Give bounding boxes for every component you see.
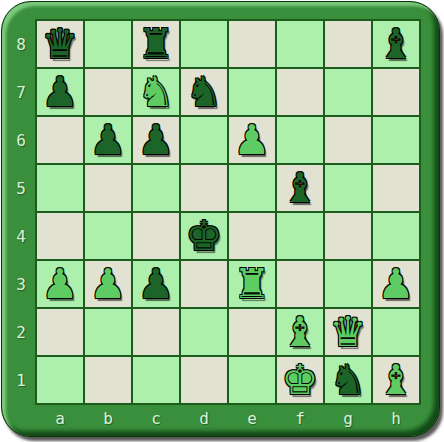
file-label-d: d	[181, 406, 227, 430]
square-h2[interactable]	[373, 309, 419, 355]
rank-label-8: 8	[9, 21, 33, 67]
square-c5[interactable]	[133, 165, 179, 211]
piece-white-pawn[interactable]: ♟	[42, 261, 79, 307]
file-label-c: c	[133, 406, 179, 430]
square-d5[interactable]	[181, 165, 227, 211]
square-e7[interactable]	[229, 69, 275, 115]
square-d4[interactable]: ♚	[181, 213, 227, 259]
square-b3[interactable]: ♟	[85, 261, 131, 307]
rank-label-6: 6	[9, 117, 33, 163]
square-a2[interactable]	[37, 309, 83, 355]
square-a5[interactable]	[37, 165, 83, 211]
square-a8[interactable]: ♛	[37, 21, 83, 67]
square-a1[interactable]	[37, 357, 83, 403]
rank-label-3: 3	[9, 261, 33, 307]
board-frame: 87654321 ♛♜♝♟♞♞♟♟♟♝♚♟♟♟♜♟♝♛♚♞♝ abcdefgh	[1, 1, 440, 437]
square-b2[interactable]	[85, 309, 131, 355]
square-g7[interactable]	[325, 69, 371, 115]
square-e4[interactable]	[229, 213, 275, 259]
rank-label-1: 1	[9, 357, 33, 403]
chess-app-window: 87654321 ♛♜♝♟♞♞♟♟♟♝♚♟♟♟♜♟♝♛♚♞♝ abcdefgh	[0, 0, 444, 442]
rank-label-2: 2	[9, 309, 33, 355]
piece-black-pawn[interactable]: ♟	[138, 117, 175, 163]
square-c7[interactable]: ♞	[133, 69, 179, 115]
square-b6[interactable]: ♟	[85, 117, 131, 163]
square-g6[interactable]	[325, 117, 371, 163]
square-e3[interactable]: ♜	[229, 261, 275, 307]
square-h5[interactable]	[373, 165, 419, 211]
square-e6[interactable]: ♟	[229, 117, 275, 163]
rank-label-7: 7	[9, 69, 33, 115]
file-label-a: a	[37, 406, 83, 430]
square-d3[interactable]	[181, 261, 227, 307]
square-h8[interactable]: ♝	[373, 21, 419, 67]
piece-white-bishop[interactable]: ♝	[378, 357, 415, 403]
piece-black-pawn[interactable]: ♟	[90, 117, 127, 163]
piece-black-king[interactable]: ♚	[186, 213, 223, 259]
piece-white-bishop[interactable]: ♝	[282, 309, 319, 355]
square-e2[interactable]	[229, 309, 275, 355]
piece-black-bishop[interactable]: ♝	[378, 21, 415, 67]
piece-black-queen[interactable]: ♛	[42, 21, 79, 67]
piece-white-king[interactable]: ♚	[282, 357, 319, 403]
square-d2[interactable]	[181, 309, 227, 355]
square-h4[interactable]	[373, 213, 419, 259]
square-b1[interactable]	[85, 357, 131, 403]
square-h7[interactable]	[373, 69, 419, 115]
square-h1[interactable]: ♝	[373, 357, 419, 403]
piece-black-bishop[interactable]: ♝	[282, 165, 319, 211]
square-g8[interactable]	[325, 21, 371, 67]
square-g1[interactable]: ♞	[325, 357, 371, 403]
square-f2[interactable]: ♝	[277, 309, 323, 355]
square-e5[interactable]	[229, 165, 275, 211]
square-d6[interactable]	[181, 117, 227, 163]
piece-black-pawn[interactable]: ♟	[42, 69, 79, 115]
square-d7[interactable]: ♞	[181, 69, 227, 115]
file-labels: abcdefgh	[37, 406, 419, 430]
square-a6[interactable]	[37, 117, 83, 163]
square-b8[interactable]	[85, 21, 131, 67]
square-h3[interactable]: ♟	[373, 261, 419, 307]
piece-black-pawn[interactable]: ♟	[138, 261, 175, 307]
piece-white-knight[interactable]: ♞	[138, 69, 175, 115]
file-label-e: e	[229, 406, 275, 430]
file-label-b: b	[85, 406, 131, 430]
square-c3[interactable]: ♟	[133, 261, 179, 307]
piece-white-rook[interactable]: ♜	[234, 261, 271, 307]
square-b5[interactable]	[85, 165, 131, 211]
square-e1[interactable]	[229, 357, 275, 403]
square-b4[interactable]	[85, 213, 131, 259]
rank-label-4: 4	[9, 213, 33, 259]
file-label-h: h	[373, 406, 419, 430]
square-c4[interactable]	[133, 213, 179, 259]
square-c1[interactable]	[133, 357, 179, 403]
square-a3[interactable]: ♟	[37, 261, 83, 307]
square-g5[interactable]	[325, 165, 371, 211]
square-a7[interactable]: ♟	[37, 69, 83, 115]
square-f4[interactable]	[277, 213, 323, 259]
piece-white-pawn[interactable]: ♟	[90, 261, 127, 307]
square-f7[interactable]	[277, 69, 323, 115]
square-f5[interactable]: ♝	[277, 165, 323, 211]
square-d8[interactable]	[181, 21, 227, 67]
square-g4[interactable]	[325, 213, 371, 259]
square-h6[interactable]	[373, 117, 419, 163]
square-b7[interactable]	[85, 69, 131, 115]
square-g2[interactable]: ♛	[325, 309, 371, 355]
square-c2[interactable]	[133, 309, 179, 355]
piece-black-knight[interactable]: ♞	[186, 69, 223, 115]
piece-black-knight[interactable]: ♞	[330, 357, 367, 403]
square-f3[interactable]	[277, 261, 323, 307]
piece-white-queen[interactable]: ♛	[330, 309, 367, 355]
piece-white-pawn[interactable]: ♟	[378, 261, 415, 307]
chess-board: ♛♜♝♟♞♞♟♟♟♝♚♟♟♟♜♟♝♛♚♞♝	[35, 19, 421, 405]
file-label-f: f	[277, 406, 323, 430]
square-c6[interactable]: ♟	[133, 117, 179, 163]
square-g3[interactable]	[325, 261, 371, 307]
square-a4[interactable]	[37, 213, 83, 259]
square-f6[interactable]	[277, 117, 323, 163]
square-f8[interactable]	[277, 21, 323, 67]
square-d1[interactable]	[181, 357, 227, 403]
square-e8[interactable]	[229, 21, 275, 67]
rank-label-5: 5	[9, 165, 33, 211]
file-label-g: g	[325, 406, 371, 430]
piece-black-rook[interactable]: ♜	[138, 21, 175, 67]
piece-white-pawn[interactable]: ♟	[234, 117, 271, 163]
square-f1[interactable]: ♚	[277, 357, 323, 403]
square-c8[interactable]: ♜	[133, 21, 179, 67]
rank-labels: 87654321	[9, 21, 33, 403]
